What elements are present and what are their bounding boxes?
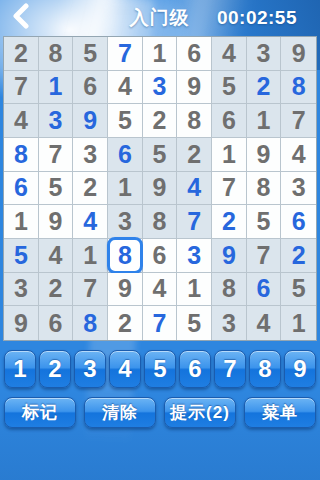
cell-r2c5[interactable]: 3 — [143, 71, 178, 105]
cell-r5c2[interactable]: 5 — [39, 172, 74, 206]
cell-r9c9[interactable]: 1 — [281, 306, 316, 340]
cell-r4c9[interactable]: 4 — [281, 138, 316, 172]
cell-r4c2[interactable]: 7 — [39, 138, 74, 172]
cell-r5c1[interactable]: 6 — [4, 172, 39, 206]
cell-r8c4[interactable]: 9 — [108, 273, 143, 307]
cell-r5c5[interactable]: 9 — [143, 172, 178, 206]
cell-r2c9[interactable]: 8 — [281, 71, 316, 105]
cell-r9c3[interactable]: 8 — [73, 306, 108, 340]
cell-r5c9[interactable]: 3 — [281, 172, 316, 206]
cell-r2c3[interactable]: 6 — [73, 71, 108, 105]
cell-r3c5[interactable]: 2 — [143, 104, 178, 138]
cell-r7c8[interactable]: 7 — [247, 239, 282, 273]
num-button-2[interactable]: 2 — [39, 350, 71, 388]
cell-r6c1[interactable]: 1 — [4, 205, 39, 239]
hint-button[interactable]: 提示(2) — [164, 397, 236, 428]
cell-r3c3[interactable]: 9 — [73, 104, 108, 138]
cell-r1c9[interactable]: 9 — [281, 37, 316, 71]
cell-r1c6[interactable]: 6 — [177, 37, 212, 71]
cell-r5c3[interactable]: 2 — [73, 172, 108, 206]
number-pad: 123456789 — [0, 350, 320, 388]
level-title: 入门级 — [129, 5, 189, 31]
cell-r9c2[interactable]: 6 — [39, 306, 74, 340]
cell-r6c3[interactable]: 4 — [73, 205, 108, 239]
cell-r8c6[interactable]: 1 — [177, 273, 212, 307]
cell-r4c1[interactable]: 8 — [4, 138, 39, 172]
num-button-8[interactable]: 8 — [249, 350, 281, 388]
cell-r2c2[interactable]: 1 — [39, 71, 74, 105]
cell-r1c3[interactable]: 5 — [73, 37, 108, 71]
cell-r3c1[interactable]: 4 — [4, 104, 39, 138]
cell-r7c2[interactable]: 4 — [39, 239, 74, 273]
num-button-3[interactable]: 3 — [74, 350, 106, 388]
cell-r8c3[interactable]: 7 — [73, 273, 108, 307]
cell-r4c3[interactable]: 3 — [73, 138, 108, 172]
cell-r9c5[interactable]: 7 — [143, 306, 178, 340]
cell-r8c8[interactable]: 6 — [247, 273, 282, 307]
cell-r2c4[interactable]: 4 — [108, 71, 143, 105]
cell-r1c4[interactable]: 7 — [108, 37, 143, 71]
game-timer: 00:02:55 — [217, 7, 297, 29]
cell-r6c2[interactable]: 9 — [39, 205, 74, 239]
sudoku-app: 入门级 00:02:55 285716439716439528439528617… — [0, 0, 320, 480]
cell-r6c9[interactable]: 6 — [281, 205, 316, 239]
cell-r9c6[interactable]: 5 — [177, 306, 212, 340]
cell-r7c9[interactable]: 2 — [281, 239, 316, 273]
cell-r1c8[interactable]: 3 — [247, 37, 282, 71]
cell-r3c7[interactable]: 6 — [212, 104, 247, 138]
cell-r9c4[interactable]: 2 — [108, 306, 143, 340]
cell-r3c9[interactable]: 7 — [281, 104, 316, 138]
cell-r1c5[interactable]: 1 — [143, 37, 178, 71]
cell-r7c1[interactable]: 5 — [4, 239, 39, 273]
cell-r5c4[interactable]: 1 — [108, 172, 143, 206]
header-bar: 入门级 00:02:55 — [0, 0, 320, 36]
cell-r5c6[interactable]: 4 — [177, 172, 212, 206]
sudoku-board: 2857164397164395284395286178736521946521… — [3, 36, 317, 341]
cell-r7c7[interactable]: 9 — [212, 239, 247, 273]
num-button-4[interactable]: 4 — [109, 350, 141, 388]
cell-r6c7[interactable]: 2 — [212, 205, 247, 239]
cell-r8c9[interactable]: 5 — [281, 273, 316, 307]
cell-r3c2[interactable]: 3 — [39, 104, 74, 138]
cell-r6c6[interactable]: 7 — [177, 205, 212, 239]
num-button-9[interactable]: 9 — [284, 350, 316, 388]
cell-r4c6[interactable]: 2 — [177, 138, 212, 172]
cell-r3c6[interactable]: 8 — [177, 104, 212, 138]
menu-button[interactable]: 菜单 — [244, 397, 316, 428]
cell-r4c5[interactable]: 5 — [143, 138, 178, 172]
cell-r7c5[interactable]: 6 — [143, 239, 178, 273]
cell-r4c4[interactable]: 6 — [108, 138, 143, 172]
num-button-6[interactable]: 6 — [179, 350, 211, 388]
cell-r5c8[interactable]: 8 — [247, 172, 282, 206]
cell-r1c7[interactable]: 4 — [212, 37, 247, 71]
cell-r2c6[interactable]: 9 — [177, 71, 212, 105]
cell-r5c7[interactable]: 7 — [212, 172, 247, 206]
cell-r9c8[interactable]: 4 — [247, 306, 282, 340]
action-bar: 标记清除提示(2)菜单 — [0, 397, 320, 428]
chevron-left-icon — [10, 3, 34, 33]
cell-r3c8[interactable]: 1 — [247, 104, 282, 138]
cell-r6c8[interactable]: 5 — [247, 205, 282, 239]
cell-r2c7[interactable]: 5 — [212, 71, 247, 105]
cell-r2c8[interactable]: 2 — [247, 71, 282, 105]
num-button-7[interactable]: 7 — [214, 350, 246, 388]
cell-r8c7[interactable]: 8 — [212, 273, 247, 307]
back-button[interactable] — [6, 4, 38, 32]
cell-r8c5[interactable]: 4 — [143, 273, 178, 307]
cell-r7c3[interactable]: 1 — [73, 239, 108, 273]
num-button-5[interactable]: 5 — [144, 350, 176, 388]
cell-r8c1[interactable]: 3 — [4, 273, 39, 307]
cell-r4c7[interactable]: 1 — [212, 138, 247, 172]
cell-r2c1[interactable]: 7 — [4, 71, 39, 105]
mark-button[interactable]: 标记 — [4, 397, 76, 428]
cell-r1c1[interactable]: 2 — [4, 37, 39, 71]
cell-r1c2[interactable]: 8 — [39, 37, 74, 71]
cell-r3c4[interactable]: 5 — [108, 104, 143, 138]
cell-r4c8[interactable]: 9 — [247, 138, 282, 172]
clear-button[interactable]: 清除 — [84, 397, 156, 428]
cell-r7c4[interactable]: 8 — [108, 239, 143, 273]
cell-r8c2[interactable]: 2 — [39, 273, 74, 307]
cell-r9c7[interactable]: 3 — [212, 306, 247, 340]
cell-r7c6[interactable]: 3 — [177, 239, 212, 273]
cell-r6c5[interactable]: 8 — [143, 205, 178, 239]
cell-r9c1[interactable]: 9 — [4, 306, 39, 340]
num-button-1[interactable]: 1 — [4, 350, 36, 388]
cell-r6c4[interactable]: 3 — [108, 205, 143, 239]
